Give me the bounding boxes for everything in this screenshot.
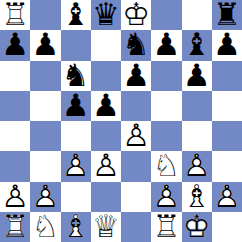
black-pawn: ♟ bbox=[152, 30, 180, 60]
white-pawn-fill: ♟ bbox=[183, 151, 211, 181]
white-pawn-fill: ♟ bbox=[31, 182, 59, 212]
square-a6[interactable] bbox=[0, 61, 30, 91]
white-knight: ♘ bbox=[31, 212, 59, 242]
square-b8[interactable] bbox=[30, 0, 60, 30]
black-pawn: ♟ bbox=[62, 91, 90, 121]
square-h1[interactable] bbox=[212, 212, 242, 242]
white-knight-fill: ♞ bbox=[31, 212, 59, 242]
white-pawn-fill: ♟ bbox=[213, 182, 241, 212]
white-pawn: ♙ bbox=[1, 182, 29, 212]
black-pawn: ♟ bbox=[1, 30, 29, 60]
white-bishop-fill: ♝ bbox=[183, 182, 211, 212]
square-f3[interactable]: ♞♘ bbox=[151, 151, 181, 181]
white-pawn: ♙ bbox=[213, 182, 241, 212]
black-knight: ♞ bbox=[122, 30, 150, 60]
square-g2[interactable]: ♝♗ bbox=[182, 182, 212, 212]
square-h4[interactable] bbox=[212, 121, 242, 151]
white-pawn: ♙ bbox=[152, 182, 180, 212]
square-f6[interactable] bbox=[151, 61, 181, 91]
square-e8[interactable]: ♚♔ bbox=[121, 0, 151, 30]
square-b3[interactable] bbox=[30, 151, 60, 181]
square-e5[interactable] bbox=[121, 91, 151, 121]
white-king: ♔ bbox=[183, 212, 211, 242]
white-bishop: ♗ bbox=[62, 212, 90, 242]
square-c6[interactable]: ♞ bbox=[61, 61, 91, 91]
black-pawn: ♟ bbox=[122, 61, 150, 91]
square-f1[interactable]: ♜♖ bbox=[151, 212, 181, 242]
white-rook-fill: ♜ bbox=[1, 212, 29, 242]
square-e6[interactable]: ♟ bbox=[121, 61, 151, 91]
white-pawn-fill: ♟ bbox=[122, 121, 150, 151]
white-king: ♔ bbox=[122, 0, 150, 30]
square-e3[interactable] bbox=[121, 151, 151, 181]
white-pawn-fill: ♟ bbox=[62, 151, 90, 181]
white-pawn: ♙ bbox=[183, 151, 211, 181]
square-g6[interactable]: ♟ bbox=[182, 61, 212, 91]
square-c2[interactable] bbox=[61, 182, 91, 212]
square-d8[interactable]: ♛ bbox=[91, 0, 121, 30]
white-knight-fill: ♞ bbox=[152, 151, 180, 181]
square-b2[interactable]: ♟♙ bbox=[30, 182, 60, 212]
square-d5[interactable]: ♟ bbox=[91, 91, 121, 121]
square-e4[interactable]: ♟♙ bbox=[121, 121, 151, 151]
black-pawn: ♟ bbox=[31, 30, 59, 60]
white-king-fill: ♚ bbox=[183, 212, 211, 242]
square-g3[interactable]: ♟♙ bbox=[182, 151, 212, 181]
black-pawn: ♟ bbox=[183, 61, 211, 91]
white-queen: ♕ bbox=[92, 212, 120, 242]
white-knight: ♘ bbox=[152, 151, 180, 181]
square-b4[interactable] bbox=[30, 121, 60, 151]
square-d7[interactable] bbox=[91, 30, 121, 60]
white-bishop-fill: ♝ bbox=[62, 212, 90, 242]
white-rook: ♖ bbox=[1, 212, 29, 242]
black-knight: ♞ bbox=[62, 61, 90, 91]
black-queen: ♛ bbox=[92, 0, 120, 30]
white-rook-fill: ♜ bbox=[152, 212, 180, 242]
square-g8[interactable] bbox=[182, 0, 212, 30]
square-h6[interactable] bbox=[212, 61, 242, 91]
square-f5[interactable] bbox=[151, 91, 181, 121]
square-f7[interactable]: ♟ bbox=[151, 30, 181, 60]
square-c3[interactable]: ♟♙ bbox=[61, 151, 91, 181]
square-h5[interactable] bbox=[212, 91, 242, 121]
square-d1[interactable]: ♛♕ bbox=[91, 212, 121, 242]
square-d4[interactable] bbox=[91, 121, 121, 151]
white-pawn-fill: ♟ bbox=[1, 182, 29, 212]
square-h2[interactable]: ♟♙ bbox=[212, 182, 242, 212]
square-d6[interactable] bbox=[91, 61, 121, 91]
square-e2[interactable] bbox=[121, 182, 151, 212]
square-c8[interactable]: ♝ bbox=[61, 0, 91, 30]
white-pawn-fill: ♟ bbox=[152, 182, 180, 212]
square-d3[interactable]: ♟♙ bbox=[91, 151, 121, 181]
square-d2[interactable] bbox=[91, 182, 121, 212]
white-pawn: ♙ bbox=[62, 151, 90, 181]
square-g1[interactable]: ♚♔ bbox=[182, 212, 212, 242]
square-f2[interactable]: ♟♙ bbox=[151, 182, 181, 212]
square-a7[interactable]: ♟ bbox=[0, 30, 30, 60]
square-a4[interactable] bbox=[0, 121, 30, 151]
square-g4[interactable] bbox=[182, 121, 212, 151]
square-c1[interactable]: ♝♗ bbox=[61, 212, 91, 242]
white-rook-fill: ♜ bbox=[1, 0, 29, 30]
square-a3[interactable] bbox=[0, 151, 30, 181]
black-pawn: ♟ bbox=[92, 91, 120, 121]
white-pawn: ♙ bbox=[31, 182, 59, 212]
square-g7[interactable]: ♝ bbox=[182, 30, 212, 60]
square-h3[interactable] bbox=[212, 151, 242, 181]
black-pawn: ♟ bbox=[213, 30, 241, 60]
white-pawn: ♙ bbox=[92, 151, 120, 181]
square-f4[interactable] bbox=[151, 121, 181, 151]
square-a1[interactable]: ♜♖ bbox=[0, 212, 30, 242]
square-a2[interactable]: ♟♙ bbox=[0, 182, 30, 212]
square-h7[interactable]: ♟ bbox=[212, 30, 242, 60]
square-b5[interactable] bbox=[30, 91, 60, 121]
square-b6[interactable] bbox=[30, 61, 60, 91]
square-c5[interactable]: ♟ bbox=[61, 91, 91, 121]
black-bishop: ♝ bbox=[183, 30, 211, 60]
square-c4[interactable] bbox=[61, 121, 91, 151]
square-g5[interactable] bbox=[182, 91, 212, 121]
square-e7[interactable]: ♞ bbox=[121, 30, 151, 60]
square-e1[interactable] bbox=[121, 212, 151, 242]
square-c7[interactable] bbox=[61, 30, 91, 60]
square-b7[interactable]: ♟ bbox=[30, 30, 60, 60]
square-a8[interactable]: ♜♖ bbox=[0, 0, 30, 30]
white-rook: ♖ bbox=[1, 0, 29, 30]
white-bishop: ♗ bbox=[183, 182, 211, 212]
square-b1[interactable]: ♞♘ bbox=[30, 212, 60, 242]
chess-board: ♜♖♝♛♚♔♜♟♟♞♟♝♟♞♟♟♟♟♟♙♟♙♟♙♞♘♟♙♟♙♟♙♟♙♝♗♟♙♜♖… bbox=[0, 0, 242, 242]
white-rook: ♖ bbox=[152, 212, 180, 242]
square-h8[interactable]: ♜ bbox=[212, 0, 242, 30]
square-a5[interactable] bbox=[0, 91, 30, 121]
black-rook: ♜ bbox=[213, 0, 241, 30]
white-queen-fill: ♛ bbox=[92, 212, 120, 242]
white-king-fill: ♚ bbox=[122, 0, 150, 30]
white-pawn: ♙ bbox=[122, 121, 150, 151]
square-f8[interactable] bbox=[151, 0, 181, 30]
black-bishop: ♝ bbox=[62, 0, 90, 30]
white-pawn-fill: ♟ bbox=[92, 151, 120, 181]
